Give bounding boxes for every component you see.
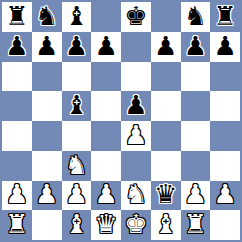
square-g4[interactable] <box>181 121 211 151</box>
square-h3[interactable] <box>210 151 240 181</box>
square-h4[interactable] <box>210 121 240 151</box>
piece-black-king[interactable]: ♚ <box>124 3 147 29</box>
square-g1[interactable]: ♜ <box>181 210 211 240</box>
square-a4[interactable] <box>2 121 32 151</box>
piece-white-knight[interactable]: ♞ <box>65 152 88 178</box>
piece-white-pawn[interactable]: ♟ <box>35 181 58 207</box>
square-c5[interactable]: ♝ <box>62 91 92 121</box>
square-h8[interactable]: ♜ <box>210 2 240 32</box>
square-a7[interactable]: ♟ <box>2 32 32 62</box>
piece-white-pawn[interactable]: ♟ <box>213 181 236 207</box>
square-d5[interactable] <box>91 91 121 121</box>
piece-black-pawn[interactable]: ♟ <box>65 33 88 59</box>
square-b7[interactable]: ♟ <box>32 32 62 62</box>
square-d1[interactable]: ♛ <box>91 210 121 240</box>
piece-white-pawn[interactable]: ♟ <box>65 181 88 207</box>
square-h2[interactable]: ♟ <box>210 181 240 211</box>
square-a1[interactable]: ♜ <box>2 210 32 240</box>
square-f6[interactable] <box>151 62 181 92</box>
square-a8[interactable]: ♜ <box>2 2 32 32</box>
piece-black-pawn[interactable]: ♟ <box>35 33 58 59</box>
square-h1[interactable] <box>210 210 240 240</box>
square-a3[interactable] <box>2 151 32 181</box>
square-e4[interactable]: ♟ <box>121 121 151 151</box>
square-e8[interactable]: ♚ <box>121 2 151 32</box>
square-g3[interactable] <box>181 151 211 181</box>
chess-board: ♜♞♝♚♞♜♟♟♟♟♟♟♟♝♟♟♞♟♟♟♟♞♛♟♟♜♝♛♚♝♜ <box>0 0 242 242</box>
piece-white-pawn[interactable]: ♟ <box>124 122 147 148</box>
square-f4[interactable] <box>151 121 181 151</box>
square-e1[interactable]: ♚ <box>121 210 151 240</box>
square-b6[interactable] <box>32 62 62 92</box>
piece-white-king[interactable]: ♚ <box>124 211 147 237</box>
piece-white-pawn[interactable]: ♟ <box>94 181 117 207</box>
square-e5[interactable]: ♟ <box>121 91 151 121</box>
square-g2[interactable]: ♟ <box>181 181 211 211</box>
square-f3[interactable] <box>151 151 181 181</box>
piece-white-queen[interactable]: ♛ <box>94 211 117 237</box>
piece-white-rook[interactable]: ♜ <box>5 211 28 237</box>
square-c6[interactable] <box>62 62 92 92</box>
square-h6[interactable] <box>210 62 240 92</box>
piece-black-queen[interactable]: ♛ <box>154 181 177 207</box>
piece-white-bishop[interactable]: ♝ <box>65 211 88 237</box>
piece-white-rook[interactable]: ♜ <box>184 211 207 237</box>
piece-black-rook[interactable]: ♜ <box>213 3 236 29</box>
square-g6[interactable] <box>181 62 211 92</box>
square-e2[interactable]: ♞ <box>121 181 151 211</box>
square-b8[interactable]: ♞ <box>32 2 62 32</box>
square-g7[interactable]: ♟ <box>181 32 211 62</box>
square-d7[interactable]: ♟ <box>91 32 121 62</box>
square-d2[interactable]: ♟ <box>91 181 121 211</box>
piece-black-pawn[interactable]: ♟ <box>184 33 207 59</box>
square-c4[interactable] <box>62 121 92 151</box>
square-a6[interactable] <box>2 62 32 92</box>
square-c8[interactable]: ♝ <box>62 2 92 32</box>
piece-black-bishop[interactable]: ♝ <box>65 92 88 118</box>
square-g8[interactable]: ♞ <box>181 2 211 32</box>
square-d4[interactable] <box>91 121 121 151</box>
square-h5[interactable] <box>210 91 240 121</box>
piece-white-bishop[interactable]: ♝ <box>154 211 177 237</box>
square-b4[interactable] <box>32 121 62 151</box>
piece-black-knight[interactable]: ♞ <box>35 3 58 29</box>
square-b1[interactable] <box>32 210 62 240</box>
square-b3[interactable] <box>32 151 62 181</box>
piece-black-pawn[interactable]: ♟ <box>124 92 147 118</box>
piece-black-bishop[interactable]: ♝ <box>65 3 88 29</box>
square-d6[interactable] <box>91 62 121 92</box>
square-f7[interactable]: ♟ <box>151 32 181 62</box>
piece-black-pawn[interactable]: ♟ <box>213 33 236 59</box>
square-c1[interactable]: ♝ <box>62 210 92 240</box>
square-g5[interactable] <box>181 91 211 121</box>
square-b5[interactable] <box>32 91 62 121</box>
piece-black-rook[interactable]: ♜ <box>5 3 28 29</box>
square-a2[interactable]: ♟ <box>2 181 32 211</box>
square-h7[interactable]: ♟ <box>210 32 240 62</box>
piece-white-pawn[interactable]: ♟ <box>5 181 28 207</box>
piece-white-pawn[interactable]: ♟ <box>184 181 207 207</box>
piece-white-knight[interactable]: ♞ <box>124 181 147 207</box>
square-e7[interactable] <box>121 32 151 62</box>
square-c2[interactable]: ♟ <box>62 181 92 211</box>
piece-black-pawn[interactable]: ♟ <box>94 33 117 59</box>
piece-black-knight[interactable]: ♞ <box>184 3 207 29</box>
square-c3[interactable]: ♞ <box>62 151 92 181</box>
square-b2[interactable]: ♟ <box>32 181 62 211</box>
square-f8[interactable] <box>151 2 181 32</box>
square-f5[interactable] <box>151 91 181 121</box>
square-e6[interactable] <box>121 62 151 92</box>
square-f2[interactable]: ♛ <box>151 181 181 211</box>
square-d8[interactable] <box>91 2 121 32</box>
square-e3[interactable] <box>121 151 151 181</box>
piece-black-pawn[interactable]: ♟ <box>5 33 28 59</box>
square-f1[interactable]: ♝ <box>151 210 181 240</box>
piece-black-pawn[interactable]: ♟ <box>154 33 177 59</box>
square-d3[interactable] <box>91 151 121 181</box>
square-c7[interactable]: ♟ <box>62 32 92 62</box>
square-a5[interactable] <box>2 91 32 121</box>
